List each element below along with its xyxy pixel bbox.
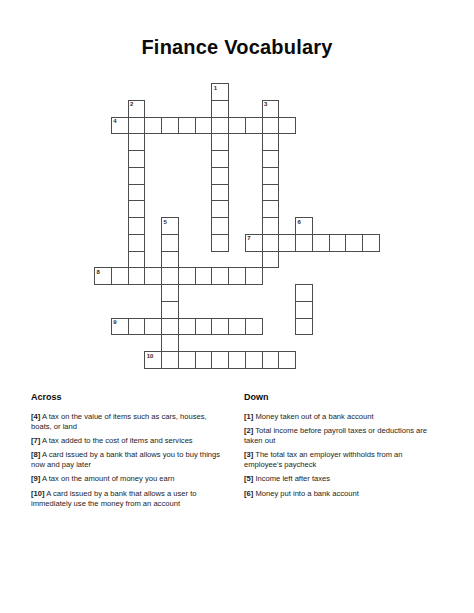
cell-number-8: 8 (97, 269, 100, 276)
grid-cell-r5c10 (262, 167, 280, 185)
clue-number: [6] (244, 489, 253, 498)
grid-cell-r8c2 (128, 217, 146, 235)
crossword-board: 12345678910 (94, 83, 381, 370)
grid-cell-r9c4 (161, 234, 179, 252)
grid-cell-r2c11 (278, 117, 296, 135)
grid-cell-r12c12 (295, 284, 313, 302)
grid-cell-r14c2 (128, 318, 146, 336)
grid-cell-r14c9 (245, 318, 263, 336)
grid-cell-r11c2 (128, 267, 146, 285)
clue-down-6: [6] Money put into a bank account (244, 489, 440, 499)
grid-cell-r13c12 (295, 301, 313, 319)
grid-cell-r9c13 (312, 234, 330, 252)
grid-cell-r9c7 (211, 234, 229, 252)
cell-number-10: 10 (147, 353, 154, 360)
grid-cell-r2c5 (178, 117, 196, 135)
grid-cell-r11c7 (211, 267, 229, 285)
grid-cell-r9c15 (345, 234, 363, 252)
grid-cell-r13c4 (161, 301, 179, 319)
grid-cell-r5c7 (211, 167, 229, 185)
grid-cell-r9c10 (262, 234, 280, 252)
clue-number: [9] (31, 474, 40, 483)
clue-number: [5] (244, 474, 253, 483)
grid-cell-r8c12: 6 (295, 217, 313, 235)
across-clue-list: [4] A tax on the value of items such as … (31, 412, 227, 508)
grid-cell-r8c7 (211, 217, 229, 235)
grid-cell-r4c2 (128, 150, 146, 168)
grid-cell-r11c3 (144, 267, 162, 285)
cell-number-7: 7 (247, 235, 250, 242)
grid-cell-r11c8 (228, 267, 246, 285)
down-heading: Down (244, 392, 440, 402)
grid-cell-r7c10 (262, 200, 280, 218)
grid-cell-r9c2 (128, 234, 146, 252)
grid-cell-r3c7 (211, 133, 229, 151)
grid-cell-r16c10 (262, 351, 280, 369)
grid-cell-r1c7 (211, 100, 229, 118)
grid-cell-r16c11 (278, 351, 296, 369)
grid-cell-r3c2 (128, 133, 146, 151)
across-heading: Across (31, 392, 227, 402)
cell-number-6: 6 (298, 219, 301, 226)
cell-number-2: 2 (130, 101, 133, 108)
grid-cell-r2c10 (262, 117, 280, 135)
grid-cell-r12c4 (161, 284, 179, 302)
clue-across-10: [10] A card issued by a bank that allows… (31, 489, 227, 509)
clue-number: [10] (31, 489, 45, 498)
clue-number: [2] (244, 426, 253, 435)
grid-cell-r6c10 (262, 184, 280, 202)
grid-cell-r9c12 (295, 234, 313, 252)
grid-cell-r2c3 (144, 117, 162, 135)
cell-number-3: 3 (264, 101, 267, 108)
clue-down-5: [5] Income left after taxes (244, 474, 440, 484)
grid-cell-r2c8 (228, 117, 246, 135)
cell-number-9: 9 (113, 319, 116, 326)
grid-cell-r7c2 (128, 200, 146, 218)
grid-cell-r10c10 (262, 251, 280, 269)
grid-cell-r16c8 (228, 351, 246, 369)
clue-across-4: [4] A tax on the value of items such as … (31, 412, 227, 432)
clue-number: [7] (31, 436, 40, 445)
grid-cell-r14c5 (178, 318, 196, 336)
grid-cell-r9c9: 7 (245, 234, 263, 252)
grid-cell-r14c1: 9 (111, 318, 129, 336)
grid-cell-r2c9 (245, 117, 263, 135)
grid-cell-r2c7 (211, 117, 229, 135)
grid-cell-r14c7 (211, 318, 229, 336)
clue-number: [8] (31, 450, 40, 459)
grid-cell-r9c16 (362, 234, 380, 252)
grid-cell-r10c4 (161, 251, 179, 269)
grid-cell-r14c8 (228, 318, 246, 336)
cell-number-1: 1 (214, 85, 217, 92)
clue-down-3: [3] The total tax an employer withholds … (244, 450, 440, 470)
page-title: Finance Vocabulary (0, 36, 474, 59)
grid-cell-r14c3 (144, 318, 162, 336)
grid-cell-r0c7: 1 (211, 83, 229, 101)
grid-cell-r14c12 (295, 318, 313, 336)
grid-cell-r6c7 (211, 184, 229, 202)
clue-across-7: [7] A tax added to the cost of items and… (31, 436, 227, 446)
down-clue-list: [1] Money taken out of a bank account[2]… (244, 412, 440, 499)
grid-cell-r11c4 (161, 267, 179, 285)
grid-cell-r11c6 (195, 267, 213, 285)
grid-cell-r16c4 (161, 351, 179, 369)
grid-cell-r16c6 (195, 351, 213, 369)
grid-cell-r1c10: 3 (262, 100, 280, 118)
grid-cell-r5c2 (128, 167, 146, 185)
grid-cell-r2c6 (195, 117, 213, 135)
grid-cell-r9c14 (329, 234, 347, 252)
clue-across-8: [8] A card issued by a bank that allows … (31, 450, 227, 470)
grid-cell-r9c11 (278, 234, 296, 252)
clue-number: [1] (244, 412, 253, 421)
grid-cell-r2c2 (128, 117, 146, 135)
grid-cell-r16c7 (211, 351, 229, 369)
grid-cell-r8c4: 5 (161, 217, 179, 235)
grid-cell-r1c2: 2 (128, 100, 146, 118)
grid-cell-r4c10 (262, 150, 280, 168)
clue-across-9: [9] A tax on the amount of money you ear… (31, 474, 227, 484)
grid-cell-r11c1 (111, 267, 129, 285)
grid-cell-r6c2 (128, 184, 146, 202)
grid-cell-r4c7 (211, 150, 229, 168)
grid-cell-r8c10 (262, 217, 280, 235)
clue-down-1: [1] Money taken out of a bank account (244, 412, 440, 422)
cell-number-5: 5 (164, 219, 167, 226)
across-clues-section: Across [4] A tax on the value of items s… (31, 392, 227, 513)
clue-number: [3] (244, 450, 253, 459)
clue-down-2: [2] Total income before payroll taxes or… (244, 426, 440, 446)
grid-cell-r14c6 (195, 318, 213, 336)
grid-cell-r11c0: 8 (94, 267, 112, 285)
grid-cell-r2c4 (161, 117, 179, 135)
grid-cell-r11c5 (178, 267, 196, 285)
grid-cell-r10c2 (128, 251, 146, 269)
grid-cell-r15c4 (161, 334, 179, 352)
grid-cell-r16c5 (178, 351, 196, 369)
grid-cell-r11c9 (245, 267, 263, 285)
worksheet-page: Finance Vocabulary 12345678910 Across [4… (0, 0, 474, 613)
grid-cell-r16c9 (245, 351, 263, 369)
grid-cell-r7c7 (211, 200, 229, 218)
clue-number: [4] (31, 412, 40, 421)
grid-cell-r2c1: 4 (111, 117, 129, 135)
grid-cell-r16c3: 10 (144, 351, 162, 369)
down-clues-section: Down [1] Money taken out of a bank accou… (244, 392, 440, 503)
grid-cell-r3c10 (262, 133, 280, 151)
grid-cell-r14c4 (161, 318, 179, 336)
cell-number-4: 4 (113, 118, 116, 125)
